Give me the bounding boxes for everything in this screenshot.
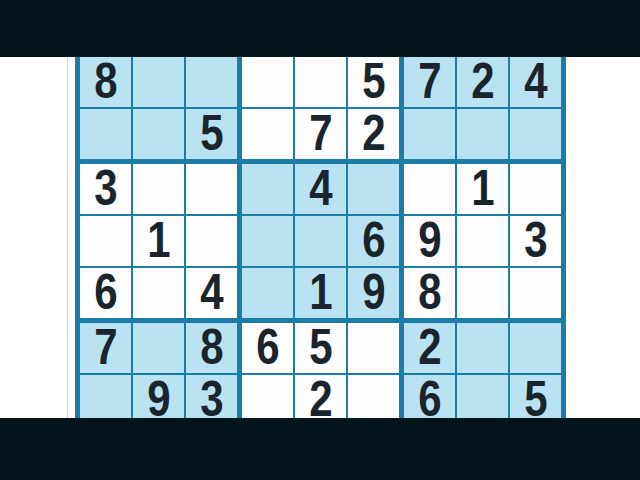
- digit: 5: [309, 323, 332, 372]
- cell-r2c3[interactable]: [186, 57, 237, 107]
- digit: 5: [524, 375, 547, 424]
- digit: 3: [94, 164, 117, 213]
- cell-r5c1[interactable]: [80, 216, 131, 266]
- letterbox-bottom-bar: [0, 418, 640, 480]
- digit: 6: [418, 375, 441, 424]
- cell-r7c3[interactable]: 8: [186, 323, 237, 373]
- cell-r4c2[interactable]: [133, 164, 184, 214]
- cell-r4c3[interactable]: [186, 164, 237, 214]
- cell-r3c8[interactable]: [457, 109, 508, 159]
- digit: 2: [309, 375, 332, 424]
- cell-r3c9[interactable]: [510, 109, 561, 159]
- digit: 6: [362, 216, 385, 265]
- cell-r2c5[interactable]: [295, 57, 346, 107]
- cell-r2c9[interactable]: 4: [510, 57, 561, 107]
- cell-r7c4[interactable]: 6: [242, 323, 293, 373]
- cell-r4c4[interactable]: [242, 164, 293, 214]
- digit: 7: [94, 323, 117, 372]
- cell-r2c7[interactable]: 7: [404, 57, 455, 107]
- digit: 5: [200, 109, 223, 158]
- cell-r5c2[interactable]: 1: [133, 216, 184, 266]
- digit: 2: [471, 57, 494, 106]
- crop-mark-line: [67, 57, 68, 418]
- digit: 1: [471, 164, 494, 213]
- cell-r6c5[interactable]: 1: [295, 268, 346, 318]
- cell-r2c1[interactable]: 8: [80, 57, 131, 107]
- cell-r5c5[interactable]: [295, 216, 346, 266]
- cell-r2c4[interactable]: [242, 57, 293, 107]
- digit: 8: [418, 268, 441, 317]
- digit: 1: [309, 268, 332, 317]
- digit: 4: [309, 164, 332, 213]
- cell-r4c6[interactable]: [348, 164, 399, 214]
- cell-r7c8[interactable]: [457, 323, 508, 373]
- cell-r6c2[interactable]: [133, 268, 184, 318]
- letterbox-top-bar: [0, 0, 640, 57]
- cell-r4c5[interactable]: 4: [295, 164, 346, 214]
- sudoku-board: 857245723411693641987865293265: [75, 0, 566, 480]
- cell-r5c7[interactable]: 9: [404, 216, 455, 266]
- cell-r6c4[interactable]: [242, 268, 293, 318]
- digit: 5: [362, 57, 385, 106]
- digit: 9: [147, 375, 170, 424]
- digit: 3: [524, 216, 547, 265]
- cell-r7c1[interactable]: 7: [80, 323, 131, 373]
- cell-r7c9[interactable]: [510, 323, 561, 373]
- cell-r6c8[interactable]: [457, 268, 508, 318]
- cell-r3c1[interactable]: [80, 109, 131, 159]
- cell-r2c2[interactable]: [133, 57, 184, 107]
- cell-r6c1[interactable]: 6: [80, 268, 131, 318]
- digit: 1: [147, 216, 170, 265]
- digit: 8: [200, 323, 223, 372]
- cell-r3c2[interactable]: [133, 109, 184, 159]
- cell-r7c5[interactable]: 5: [295, 323, 346, 373]
- cell-r6c7[interactable]: 8: [404, 268, 455, 318]
- cell-r3c3[interactable]: 5: [186, 109, 237, 159]
- cell-r3c6[interactable]: 2: [348, 109, 399, 159]
- cell-r7c7[interactable]: 2: [404, 323, 455, 373]
- cell-r3c7[interactable]: [404, 109, 455, 159]
- digit: 8: [94, 57, 117, 106]
- cell-r5c4[interactable]: [242, 216, 293, 266]
- digit: 7: [309, 109, 332, 158]
- digit: 9: [418, 216, 441, 265]
- digit: 2: [362, 109, 385, 158]
- cell-r5c8[interactable]: [457, 216, 508, 266]
- cell-r4c8[interactable]: 1: [457, 164, 508, 214]
- digit: 6: [256, 323, 279, 372]
- cell-r5c9[interactable]: 3: [510, 216, 561, 266]
- cell-r5c3[interactable]: [186, 216, 237, 266]
- cell-r5c6[interactable]: 6: [348, 216, 399, 266]
- digit: 7: [418, 57, 441, 106]
- digit: 3: [200, 375, 223, 424]
- cell-r4c1[interactable]: 3: [80, 164, 131, 214]
- cell-r2c6[interactable]: 5: [348, 57, 399, 107]
- digit: 2: [418, 323, 441, 372]
- cell-r7c2[interactable]: [133, 323, 184, 373]
- cell-r3c4[interactable]: [242, 109, 293, 159]
- digit: 6: [94, 268, 117, 317]
- digit: 9: [362, 268, 385, 317]
- digit: 4: [200, 268, 223, 317]
- cell-r2c8[interactable]: 2: [457, 57, 508, 107]
- cell-r3c5[interactable]: 7: [295, 109, 346, 159]
- cell-r7c6[interactable]: [348, 323, 399, 373]
- cell-r4c9[interactable]: [510, 164, 561, 214]
- cell-r6c6[interactable]: 9: [348, 268, 399, 318]
- cell-r4c7[interactable]: [404, 164, 455, 214]
- digit: 4: [524, 57, 547, 106]
- cell-r6c3[interactable]: 4: [186, 268, 237, 318]
- cell-r6c9[interactable]: [510, 268, 561, 318]
